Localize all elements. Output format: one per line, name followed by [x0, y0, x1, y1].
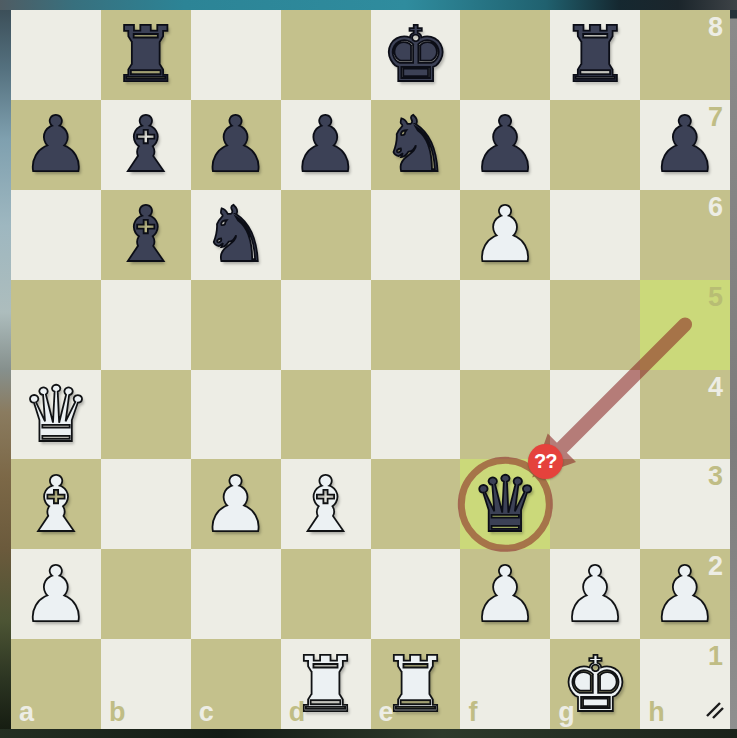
piece-white-king-g1[interactable]: ♚ [550, 639, 640, 729]
square-e3[interactable] [371, 459, 461, 549]
square-e5[interactable] [371, 280, 461, 370]
square-b2[interactable] [101, 549, 191, 639]
piece-white-pawn-h2[interactable]: ♟ [640, 549, 730, 639]
square-h7[interactable]: 7♟ [640, 100, 730, 190]
square-b4[interactable] [101, 370, 191, 460]
square-h2[interactable]: 2♟ [640, 549, 730, 639]
rank-label-8: 8 [708, 14, 723, 41]
square-c6[interactable]: ♞ [191, 190, 281, 280]
piece-black-bishop-b7[interactable]: ♝ [101, 100, 191, 190]
square-f1[interactable]: f [460, 639, 550, 729]
piece-white-pawn-f6[interactable]: ♟ [460, 190, 550, 280]
file-label-f: f [468, 699, 477, 726]
rank-label-4: 4 [708, 374, 723, 401]
piece-black-bishop-b6[interactable]: ♝ [101, 190, 191, 280]
file-label-c: c [199, 699, 214, 726]
square-c5[interactable] [191, 280, 281, 370]
piece-black-king-e8[interactable]: ♚ [371, 10, 461, 100]
square-e6[interactable] [371, 190, 461, 280]
square-e1[interactable]: e♜ [371, 639, 461, 729]
square-a8[interactable] [11, 10, 101, 100]
square-h5[interactable]: 5 [640, 280, 730, 370]
square-e2[interactable] [371, 549, 461, 639]
file-label-a: a [19, 699, 34, 726]
piece-white-bishop-d3[interactable]: ♝ [281, 459, 371, 549]
square-b6[interactable]: ♝ [101, 190, 191, 280]
square-b7[interactable]: ♝ [101, 100, 191, 190]
square-f5[interactable] [460, 280, 550, 370]
square-f6[interactable]: ♟ [460, 190, 550, 280]
square-d6[interactable] [281, 190, 371, 280]
piece-black-rook-b8[interactable]: ♜ [101, 10, 191, 100]
square-h6[interactable]: 6 [640, 190, 730, 280]
square-h8[interactable]: 8 [640, 10, 730, 100]
square-a1[interactable]: a [11, 639, 101, 729]
square-c4[interactable] [191, 370, 281, 460]
square-g5[interactable] [550, 280, 640, 370]
chess-board-screenshot: ♜♚♜8♟♝♟♟♞♟7♟♝♞♟65♛4♝♟♝♛3♟♟♟2♟abcd♜e♜fg♚1… [0, 0, 737, 738]
square-g6[interactable] [550, 190, 640, 280]
square-c2[interactable] [191, 549, 281, 639]
square-e8[interactable]: ♚ [371, 10, 461, 100]
rank-label-1: 1 [708, 643, 723, 670]
square-d7[interactable]: ♟ [281, 100, 371, 190]
square-a2[interactable]: ♟ [11, 549, 101, 639]
rank-label-6: 6 [708, 194, 723, 221]
square-e7[interactable]: ♞ [371, 100, 461, 190]
diagonal-resize-grip-icon [707, 703, 723, 718]
square-h3[interactable]: 3 [640, 459, 730, 549]
file-label-h: h [648, 699, 665, 726]
square-a4[interactable]: ♛ [11, 370, 101, 460]
square-c7[interactable]: ♟ [191, 100, 281, 190]
square-g7[interactable] [550, 100, 640, 190]
piece-black-pawn-h7[interactable]: ♟ [640, 100, 730, 190]
square-g2[interactable]: ♟ [550, 549, 640, 639]
background-strip-top [0, 0, 737, 10]
piece-white-pawn-a2[interactable]: ♟ [11, 549, 101, 639]
background-strip-bottom [0, 729, 737, 738]
piece-black-pawn-d7[interactable]: ♟ [281, 100, 371, 190]
rank-label-5: 5 [708, 284, 723, 311]
square-h4[interactable]: 4 [640, 370, 730, 460]
piece-white-bishop-a3[interactable]: ♝ [11, 459, 101, 549]
square-g3[interactable] [550, 459, 640, 549]
square-b1[interactable]: b [101, 639, 191, 729]
board-resize-handle[interactable] [704, 699, 726, 721]
piece-white-rook-d1[interactable]: ♜ [281, 639, 371, 729]
chess-board: ♜♚♜8♟♝♟♟♞♟7♟♝♞♟65♛4♝♟♝♛3♟♟♟2♟abcd♜e♜fg♚1… [11, 10, 730, 729]
square-g4[interactable] [550, 370, 640, 460]
square-c3[interactable]: ♟ [191, 459, 281, 549]
piece-white-pawn-g2[interactable]: ♟ [550, 549, 640, 639]
square-b5[interactable] [101, 280, 191, 370]
square-f8[interactable] [460, 10, 550, 100]
piece-black-pawn-a7[interactable]: ♟ [11, 100, 101, 190]
square-g8[interactable]: ♜ [550, 10, 640, 100]
square-c1[interactable]: c [191, 639, 281, 729]
square-d3[interactable]: ♝ [281, 459, 371, 549]
square-a7[interactable]: ♟ [11, 100, 101, 190]
square-b3[interactable] [101, 459, 191, 549]
piece-white-queen-a4[interactable]: ♛ [11, 370, 101, 460]
file-label-b: b [109, 699, 126, 726]
square-b8[interactable]: ♜ [101, 10, 191, 100]
square-a3[interactable]: ♝ [11, 459, 101, 549]
square-d1[interactable]: d♜ [281, 639, 371, 729]
piece-white-rook-e1[interactable]: ♜ [371, 639, 461, 729]
square-a6[interactable] [11, 190, 101, 280]
piece-white-pawn-c3[interactable]: ♟ [191, 459, 281, 549]
piece-black-knight-c6[interactable]: ♞ [191, 190, 281, 280]
square-d2[interactable] [281, 549, 371, 639]
piece-black-rook-g8[interactable]: ♜ [550, 10, 640, 100]
rank-label-3: 3 [708, 463, 723, 490]
blunder-badge-text: ?? [534, 450, 556, 473]
square-f2[interactable]: ♟ [460, 549, 550, 639]
blunder-badge: ?? [528, 444, 563, 479]
square-g1[interactable]: g♚ [550, 639, 640, 729]
square-f7[interactable]: ♟ [460, 100, 550, 190]
square-c8[interactable] [191, 10, 281, 100]
square-d4[interactable] [281, 370, 371, 460]
background-strip-left [0, 10, 11, 729]
background-strip-right [730, 10, 737, 729]
square-e4[interactable] [371, 370, 461, 460]
piece-black-pawn-f7[interactable]: ♟ [460, 100, 550, 190]
square-d8[interactable] [281, 10, 371, 100]
square-d5[interactable] [281, 280, 371, 370]
square-a5[interactable] [11, 280, 101, 370]
piece-black-pawn-c7[interactable]: ♟ [191, 100, 281, 190]
piece-black-knight-e7[interactable]: ♞ [371, 100, 461, 190]
piece-white-pawn-f2[interactable]: ♟ [460, 549, 550, 639]
